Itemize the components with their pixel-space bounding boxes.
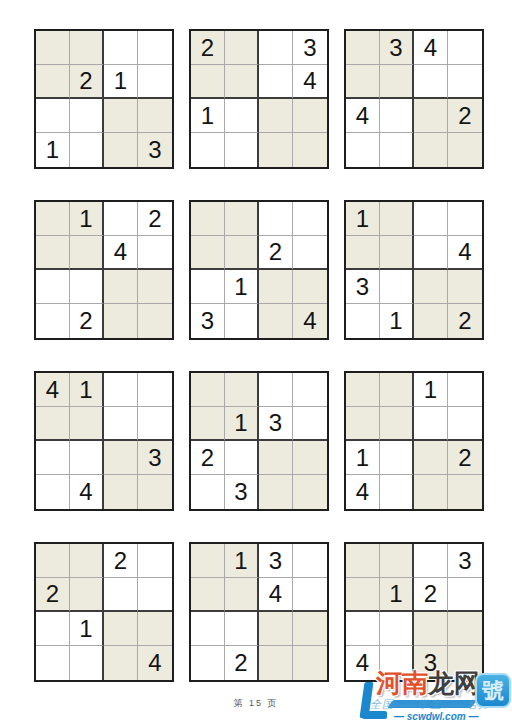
- board-8-cell-r2c4: [293, 407, 327, 441]
- board-3-cell-r1c2: 3: [380, 31, 414, 65]
- board-12-cell-r3c1: [346, 612, 380, 646]
- board-9-cell-r2c4: [448, 407, 482, 441]
- board-3-cell-r1c1: [346, 31, 380, 65]
- board-9-cell-r4c1: 4: [346, 475, 380, 509]
- board-10-cell-r2c1: 2: [36, 578, 70, 612]
- sudoku-board-6: 14312: [344, 200, 484, 340]
- board-6-cell-r2c2: [380, 236, 414, 270]
- board-4-cell-r3c1: [36, 270, 70, 304]
- board-8-cell-r3c1: 2: [191, 441, 225, 475]
- board-5-cell-r1c1: [191, 202, 225, 236]
- board-12-cell-r1c2: [380, 544, 414, 578]
- board-9-cell-r3c2: [380, 441, 414, 475]
- board-5-cell-r2c2: [225, 236, 259, 270]
- board-10-cell-r2c3: [104, 578, 138, 612]
- board-11-cell-r4c4: [293, 646, 327, 680]
- board-1-cell-r1c4: [138, 31, 172, 65]
- board-2-cell-r4c1: [191, 133, 225, 167]
- board-12-cell-r2c1: [346, 578, 380, 612]
- board-1-cell-r4c1: 1: [36, 133, 70, 167]
- board-11-cell-r2c3: 4: [259, 578, 293, 612]
- board-9-cell-r1c2: [380, 373, 414, 407]
- board-2-cell-r3c2: [225, 99, 259, 133]
- board-11-cell-r1c3: 3: [259, 544, 293, 578]
- board-6-cell-r4c1: [346, 304, 380, 338]
- board-5-cell-r2c1: [191, 236, 225, 270]
- sudoku-board-2: 2341: [189, 29, 329, 169]
- board-9-cell-r4c3: [414, 475, 448, 509]
- board-3-cell-r3c4: 2: [448, 99, 482, 133]
- board-11-cell-r3c2: [225, 612, 259, 646]
- board-7-cell-r1c2: 1: [70, 373, 104, 407]
- board-4-cell-r1c1: [36, 202, 70, 236]
- board-1-cell-r1c3: [104, 31, 138, 65]
- board-7-cell-r3c1: [36, 441, 70, 475]
- board-11-cell-r1c2: 1: [225, 544, 259, 578]
- board-10-cell-r4c2: [70, 646, 104, 680]
- board-5-cell-r3c2: 1: [225, 270, 259, 304]
- board-10-cell-r4c4: 4: [138, 646, 172, 680]
- board-6-cell-r3c1: 3: [346, 270, 380, 304]
- board-8-cell-r2c2: 1: [225, 407, 259, 441]
- sudoku-board-11: 1342: [189, 542, 329, 682]
- board-10-cell-r2c2: [70, 578, 104, 612]
- board-10-cell-r1c2: [70, 544, 104, 578]
- board-4-cell-r3c4: [138, 270, 172, 304]
- board-6-cell-r2c3: [414, 236, 448, 270]
- board-9-cell-r3c1: 1: [346, 441, 380, 475]
- board-10-cell-r2c4: [138, 578, 172, 612]
- board-11-cell-r4c1: [191, 646, 225, 680]
- board-12-cell-r3c4: [448, 612, 482, 646]
- board-8-cell-r4c2: 3: [225, 475, 259, 509]
- board-4-cell-r1c2: 1: [70, 202, 104, 236]
- board-4-cell-r1c3: [104, 202, 138, 236]
- board-7-cell-r2c2: [70, 407, 104, 441]
- sudoku-board-5: 2134: [189, 200, 329, 340]
- board-4-cell-r2c3: 4: [104, 236, 138, 270]
- watermark-badge: 號: [475, 673, 511, 708]
- board-3-cell-r3c3: [414, 99, 448, 133]
- board-5-cell-r2c3: 2: [259, 236, 293, 270]
- board-4-cell-r3c3: [104, 270, 138, 304]
- board-7-cell-r4c2: 4: [70, 475, 104, 509]
- board-1-cell-r1c2: [70, 31, 104, 65]
- board-4-cell-r4c1: [36, 304, 70, 338]
- sudoku-board-12: 31243: [344, 542, 484, 682]
- board-5-cell-r3c4: [293, 270, 327, 304]
- board-6-cell-r3c4: [448, 270, 482, 304]
- board-6-cell-r1c4: [448, 202, 482, 236]
- board-3-cell-r4c4: [448, 133, 482, 167]
- board-6-cell-r3c2: [380, 270, 414, 304]
- sudoku-board-10: 2214: [34, 542, 174, 682]
- board-12-cell-r2c4: [448, 578, 482, 612]
- board-2-cell-r4c4: [293, 133, 327, 167]
- board-8-cell-r2c1: [191, 407, 225, 441]
- board-3-cell-r4c3: [414, 133, 448, 167]
- board-3-cell-r2c3: [414, 65, 448, 99]
- sudoku-board-4: 1242: [34, 200, 174, 340]
- board-5-cell-r4c4: 4: [293, 304, 327, 338]
- board-1-cell-r3c3: [104, 99, 138, 133]
- sudoku-board-7: 4134: [34, 371, 174, 511]
- board-4-cell-r2c1: [36, 236, 70, 270]
- board-4-cell-r3c2: [70, 270, 104, 304]
- board-8-cell-r4c4: [293, 475, 327, 509]
- board-2-cell-r3c3: [259, 99, 293, 133]
- board-6-cell-r1c2: [380, 202, 414, 236]
- board-7-cell-r4c4: [138, 475, 172, 509]
- board-11-cell-r1c1: [191, 544, 225, 578]
- board-2-cell-r4c2: [225, 133, 259, 167]
- board-3-cell-r3c2: [380, 99, 414, 133]
- board-9-cell-r1c1: [346, 373, 380, 407]
- board-6-cell-r4c4: 2: [448, 304, 482, 338]
- board-7-cell-r2c4: [138, 407, 172, 441]
- board-5-cell-r1c3: [259, 202, 293, 236]
- board-4-cell-r1c4: 2: [138, 202, 172, 236]
- board-3-cell-r2c4: [448, 65, 482, 99]
- board-5-cell-r3c1: [191, 270, 225, 304]
- board-12-cell-r1c3: [414, 544, 448, 578]
- board-11-cell-r3c3: [259, 612, 293, 646]
- board-1-cell-r2c1: [36, 65, 70, 99]
- board-10-cell-r3c4: [138, 612, 172, 646]
- board-12-cell-r3c2: [380, 612, 414, 646]
- board-1-cell-r1c1: [36, 31, 70, 65]
- board-11-cell-r2c2: [225, 578, 259, 612]
- board-3-cell-r4c2: [380, 133, 414, 167]
- board-9-cell-r1c4: [448, 373, 482, 407]
- board-9-cell-r4c2: [380, 475, 414, 509]
- board-9-cell-r1c3: 1: [414, 373, 448, 407]
- board-8-cell-r3c2: [225, 441, 259, 475]
- board-7-cell-r1c3: [104, 373, 138, 407]
- board-4-cell-r2c4: [138, 236, 172, 270]
- board-4-cell-r4c4: [138, 304, 172, 338]
- board-5-cell-r3c3: [259, 270, 293, 304]
- board-11-cell-r4c3: [259, 646, 293, 680]
- board-9-cell-r2c2: [380, 407, 414, 441]
- board-8-cell-r1c4: [293, 373, 327, 407]
- board-10-cell-r4c1: [36, 646, 70, 680]
- board-2-cell-r2c1: [191, 65, 225, 99]
- board-7-cell-r1c1: 4: [36, 373, 70, 407]
- board-6-cell-r2c1: [346, 236, 380, 270]
- board-12-cell-r3c3: [414, 612, 448, 646]
- sudoku-board-3: 3442: [344, 29, 484, 169]
- board-2-cell-r1c1: 2: [191, 31, 225, 65]
- board-7-cell-r2c1: [36, 407, 70, 441]
- board-7-cell-r2c3: [104, 407, 138, 441]
- board-11-cell-r2c4: [293, 578, 327, 612]
- board-7-cell-r4c1: [36, 475, 70, 509]
- board-10-cell-r3c2: 1: [70, 612, 104, 646]
- board-3-cell-r2c2: [380, 65, 414, 99]
- board-2-cell-r3c1: 1: [191, 99, 225, 133]
- board-10-cell-r1c4: [138, 544, 172, 578]
- board-4-cell-r2c2: [70, 236, 104, 270]
- board-2-cell-r3c4: [293, 99, 327, 133]
- board-3-cell-r1c3: 4: [414, 31, 448, 65]
- board-9-cell-r3c4: 2: [448, 441, 482, 475]
- board-6-cell-r1c3: [414, 202, 448, 236]
- board-10-cell-r4c3: [104, 646, 138, 680]
- board-10-cell-r1c1: [36, 544, 70, 578]
- board-9-cell-r2c1: [346, 407, 380, 441]
- board-9-cell-r3c3: [414, 441, 448, 475]
- board-11-cell-r1c4: [293, 544, 327, 578]
- board-5-cell-r1c2: [225, 202, 259, 236]
- board-11-cell-r3c1: [191, 612, 225, 646]
- watermark-bracket-base-shape: [362, 711, 387, 719]
- board-2-cell-r1c2: [225, 31, 259, 65]
- board-2-cell-r1c3: [259, 31, 293, 65]
- watermark-brand: 河南龙网: [376, 666, 480, 701]
- board-6-cell-r1c1: 1: [346, 202, 380, 236]
- board-4-cell-r4c2: 2: [70, 304, 104, 338]
- board-1-cell-r4c4: 3: [138, 133, 172, 167]
- board-8-cell-r4c3: [259, 475, 293, 509]
- board-10-cell-r1c3: 2: [104, 544, 138, 578]
- board-2-cell-r2c2: [225, 65, 259, 99]
- board-9-cell-r4c4: [448, 475, 482, 509]
- board-6-cell-r4c2: 1: [380, 304, 414, 338]
- board-1-cell-r3c2: [70, 99, 104, 133]
- board-5-cell-r4c1: 3: [191, 304, 225, 338]
- board-1-cell-r2c3: 1: [104, 65, 138, 99]
- board-11-cell-r4c2: 2: [225, 646, 259, 680]
- board-8-cell-r3c4: [293, 441, 327, 475]
- board-10-cell-r3c1: [36, 612, 70, 646]
- board-7-cell-r3c3: [104, 441, 138, 475]
- board-6-cell-r2c4: 4: [448, 236, 482, 270]
- board-2-cell-r2c3: [259, 65, 293, 99]
- board-12-cell-r2c2: 1: [380, 578, 414, 612]
- board-6-cell-r4c3: [414, 304, 448, 338]
- board-8-cell-r3c3: [259, 441, 293, 475]
- board-7-cell-r3c2: [70, 441, 104, 475]
- board-1-cell-r4c3: [104, 133, 138, 167]
- sudoku-board-8: 1323: [189, 371, 329, 511]
- board-5-cell-r2c4: [293, 236, 327, 270]
- board-5-cell-r4c3: [259, 304, 293, 338]
- board-7-cell-r4c3: [104, 475, 138, 509]
- board-3-cell-r3c1: 4: [346, 99, 380, 133]
- board-6-cell-r3c3: [414, 270, 448, 304]
- board-1-cell-r3c1: [36, 99, 70, 133]
- board-11-cell-r3c4: [293, 612, 327, 646]
- board-7-cell-r1c4: [138, 373, 172, 407]
- board-1-cell-r2c4: [138, 65, 172, 99]
- board-5-cell-r1c4: [293, 202, 327, 236]
- board-3-cell-r1c4: [448, 31, 482, 65]
- board-2-cell-r1c4: 3: [293, 31, 327, 65]
- board-12-cell-r1c4: 3: [448, 544, 482, 578]
- watermark-url: — scwdwl.com —: [394, 711, 478, 722]
- board-8-cell-r2c3: 3: [259, 407, 293, 441]
- board-12-cell-r1c1: [346, 544, 380, 578]
- watermark-badge-glyph: 號: [482, 676, 504, 706]
- watermark-brand-longwang: 龙网: [428, 668, 480, 698]
- board-8-cell-r1c1: [191, 373, 225, 407]
- puzzle-grid: 2113234134421242213414312413413231124221…: [34, 29, 484, 682]
- board-5-cell-r4c2: [225, 304, 259, 338]
- board-8-cell-r4c1: [191, 475, 225, 509]
- board-9-cell-r2c3: [414, 407, 448, 441]
- board-4-cell-r4c3: [104, 304, 138, 338]
- board-12-cell-r2c3: 2: [414, 578, 448, 612]
- board-1-cell-r4c2: [70, 133, 104, 167]
- sudoku-board-9: 1124: [344, 371, 484, 511]
- watermark-brand-henan: 河南: [376, 668, 428, 698]
- board-2-cell-r2c4: 4: [293, 65, 327, 99]
- watermark: 全国——学生——名师 河南龙网 號 — scwdwl.com —: [360, 666, 512, 724]
- board-10-cell-r3c3: [104, 612, 138, 646]
- board-3-cell-r2c1: [346, 65, 380, 99]
- board-11-cell-r2c1: [191, 578, 225, 612]
- board-2-cell-r4c3: [259, 133, 293, 167]
- board-3-cell-r4c1: [346, 133, 380, 167]
- board-8-cell-r1c2: [225, 373, 259, 407]
- board-8-cell-r1c3: [259, 373, 293, 407]
- board-1-cell-r3c4: [138, 99, 172, 133]
- board-7-cell-r3c4: 3: [138, 441, 172, 475]
- board-1-cell-r2c2: 2: [70, 65, 104, 99]
- sudoku-board-1: 2113: [34, 29, 174, 169]
